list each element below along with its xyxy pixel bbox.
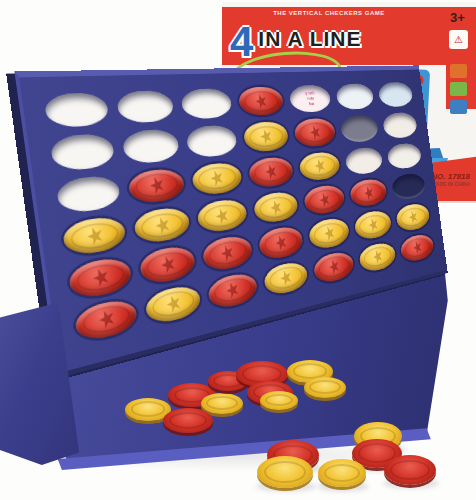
yellow-disc: ★ — [262, 259, 309, 297]
yellow-disc: ★ — [298, 151, 341, 183]
disc-shadow — [317, 481, 369, 492]
yellow-disc: ★ — [358, 240, 397, 274]
red-disc: ★ — [67, 256, 132, 301]
star-emboss-icon: ★ — [406, 207, 420, 228]
red-disc: ★ — [237, 86, 285, 116]
star-emboss-icon: ★ — [366, 214, 381, 236]
empty-hole — [49, 133, 115, 172]
star-emboss-icon: ★ — [307, 121, 323, 143]
empty-hole — [121, 129, 180, 165]
star-emboss-icon: ★ — [312, 155, 328, 178]
star-emboss-icon: ★ — [83, 221, 108, 250]
red-disc: ★ — [399, 232, 435, 264]
red-disc: ★ — [303, 183, 346, 216]
star-emboss-icon: ★ — [267, 195, 285, 219]
yellow-disc: ★ — [395, 202, 431, 233]
star-emboss-icon: ★ — [223, 277, 243, 303]
empty-hole — [116, 90, 175, 124]
empty-hole — [344, 146, 383, 176]
empty-hole — [391, 172, 427, 202]
yellow-disc: ★ — [133, 206, 191, 246]
empty-hole — [185, 125, 238, 159]
red-disc: ★ — [257, 225, 304, 262]
red-disc: ★ — [127, 167, 186, 205]
star-emboss-icon: ★ — [163, 290, 185, 318]
yellow-disc: ★ — [308, 216, 351, 250]
red-disc: ★ — [313, 249, 356, 285]
empty-hole — [335, 83, 375, 110]
empty-hole — [382, 112, 418, 139]
star-emboss-icon: ★ — [207, 166, 227, 191]
yellow-disc: ★ — [190, 161, 243, 197]
disc-shadow — [383, 478, 439, 489]
red-disc: ★ — [349, 177, 388, 208]
star-emboss-icon: ★ — [321, 222, 337, 245]
star-emboss-icon: ★ — [257, 125, 275, 148]
red-disc: ★ — [201, 234, 253, 273]
box-tagline: THE VERTICAL CHECKERS GAME — [244, 10, 414, 16]
star-emboss-icon: ★ — [213, 203, 233, 229]
star-emboss-icon: ★ — [262, 160, 280, 184]
yellow-disc: ★ — [354, 209, 393, 241]
star-emboss-icon: ★ — [146, 172, 168, 199]
empty-hole — [43, 92, 109, 128]
board-grid: ★g skill note fun★★★★★★★★★★★★★★★★★★★★★★★… — [14, 65, 447, 378]
star-emboss-icon: ★ — [370, 246, 385, 268]
peek-text: g skill note fun — [305, 91, 317, 107]
star-emboss-icon: ★ — [151, 212, 173, 239]
yellow-disc: ★ — [144, 283, 202, 327]
star-emboss-icon: ★ — [326, 255, 342, 278]
star-emboss-icon: ★ — [411, 237, 425, 258]
star-emboss-icon: ★ — [252, 90, 270, 113]
red-disc: ★ — [74, 296, 139, 343]
board: ★g skill note fun★★★★★★★★★★★★★★★★★★★★★★★… — [14, 0, 476, 378]
star-emboss-icon: ★ — [317, 188, 333, 211]
yellow-disc: ★ — [61, 215, 126, 258]
red-disc: ★ — [293, 118, 336, 148]
yellow-disc: ★ — [252, 190, 299, 225]
star-emboss-icon: ★ — [94, 305, 118, 335]
yellow-disc: ★ — [196, 197, 248, 234]
empty-hole — [55, 174, 121, 215]
empty-hole — [386, 142, 422, 170]
star-emboss-icon: ★ — [157, 251, 179, 279]
red-disc: ★ — [206, 270, 258, 311]
product-photo: THE VERTICAL CHECKERS GAME 4IN A LINE 3+… — [0, 0, 476, 500]
red-disc: ★ — [247, 155, 295, 188]
empty-hole — [377, 82, 413, 108]
star-emboss-icon: ★ — [277, 266, 295, 291]
yellow-disc: ★ — [242, 121, 290, 153]
empty-hole: g skill note fun — [289, 85, 333, 114]
star-emboss-icon: ★ — [272, 230, 290, 254]
star-emboss-icon: ★ — [361, 182, 376, 204]
star-emboss-icon: ★ — [218, 240, 238, 266]
empty-hole — [340, 115, 380, 144]
disc-shadow — [256, 481, 316, 492]
red-disc: ★ — [138, 244, 196, 286]
empty-hole — [180, 88, 233, 120]
star-emboss-icon: ★ — [89, 263, 114, 292]
